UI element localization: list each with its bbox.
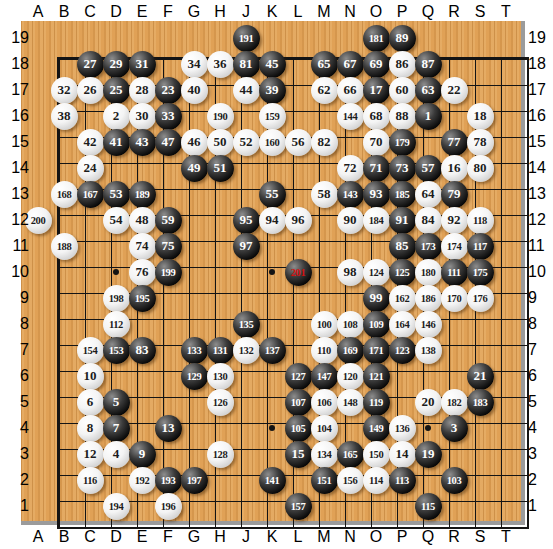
- move-number: 46: [188, 134, 201, 150]
- row-label-right-10: 10: [528, 263, 553, 281]
- move-number: 138: [421, 345, 436, 356]
- black-stone-G2: 197: [181, 467, 208, 494]
- black-stone-P11: 85: [389, 233, 416, 260]
- white-stone-N6: 120: [337, 363, 364, 390]
- row-label-left-16: 16: [3, 107, 29, 125]
- black-stone-R2: 103: [441, 467, 468, 494]
- black-stone-D18: 29: [103, 51, 130, 78]
- col-label-bottom-M: M: [311, 528, 338, 546]
- white-stone-Q9: 186: [415, 285, 442, 312]
- black-stone-L3: 15: [285, 441, 312, 468]
- move-number: 92: [448, 212, 461, 228]
- col-label-bottom-J: J: [233, 528, 260, 546]
- row-label-left-8: 8: [3, 315, 29, 333]
- move-number: 20: [422, 394, 435, 410]
- move-number: 54: [110, 212, 123, 228]
- white-stone-J7: 132: [233, 337, 260, 364]
- col-label-top-H: H: [207, 3, 234, 21]
- move-number: 15: [292, 446, 305, 462]
- black-stone-P14: 73: [389, 155, 416, 182]
- move-number: 174: [447, 241, 462, 252]
- col-label-bottom-B: B: [51, 528, 78, 546]
- row-label-left-9: 9: [3, 289, 29, 307]
- move-number: 157: [291, 501, 306, 512]
- move-number: 33: [162, 108, 175, 124]
- move-number: 165: [343, 449, 358, 460]
- move-number: 159: [265, 111, 280, 122]
- move-number: 190: [213, 111, 228, 122]
- white-stone-M17: 62: [311, 77, 338, 104]
- black-stone-E9: 195: [129, 285, 156, 312]
- row-label-right-7: 7: [528, 341, 553, 359]
- move-number: 115: [421, 501, 435, 512]
- move-number: 137: [265, 345, 280, 356]
- col-label-top-J: J: [233, 3, 260, 21]
- black-stone-C13: 167: [77, 181, 104, 208]
- white-stone-S14: 80: [467, 155, 494, 182]
- move-number: 31: [136, 56, 149, 72]
- move-number: 127: [291, 371, 306, 382]
- white-stone-E17: 28: [129, 77, 156, 104]
- black-stone-K18: 45: [259, 51, 286, 78]
- move-number: 86: [396, 56, 409, 72]
- move-number: 132: [239, 345, 254, 356]
- black-stone-K7: 137: [259, 337, 286, 364]
- move-number: 14: [396, 446, 409, 462]
- black-stone-L4: 105: [285, 415, 312, 442]
- col-label-bottom-A: A: [25, 528, 52, 546]
- white-stone-B17: 32: [51, 77, 78, 104]
- move-number: 120: [343, 371, 358, 382]
- move-number: 81: [240, 56, 253, 72]
- move-number: 67: [344, 56, 357, 72]
- col-label-bottom-Q: Q: [415, 528, 442, 546]
- col-label-bottom-S: S: [467, 528, 494, 546]
- move-number: 156: [343, 475, 358, 486]
- black-stone-Q11: 173: [415, 233, 442, 260]
- move-number: 194: [109, 501, 124, 512]
- move-number: 98: [344, 264, 357, 280]
- move-number: 80: [474, 160, 487, 176]
- black-stone-E18: 31: [129, 51, 156, 78]
- move-number: 96: [292, 212, 305, 228]
- move-number: 148: [343, 397, 358, 408]
- move-number: 128: [213, 449, 228, 460]
- move-number: 76: [136, 264, 149, 280]
- white-stone-O16: 68: [363, 103, 390, 130]
- col-label-bottom-N: N: [337, 528, 364, 546]
- move-number: 21: [474, 368, 487, 384]
- black-stone-O17: 17: [363, 77, 390, 104]
- white-stone-N2: 156: [337, 467, 364, 494]
- row-label-right-8: 8: [528, 315, 553, 333]
- row-label-right-1: 1: [528, 497, 553, 515]
- move-number: 114: [369, 475, 383, 486]
- white-stone-C6: 10: [77, 363, 104, 390]
- row-label-right-6: 6: [528, 367, 553, 385]
- white-stone-M3: 134: [311, 441, 338, 468]
- white-stone-M13: 58: [311, 181, 338, 208]
- black-stone-D13: 53: [103, 181, 130, 208]
- white-stone-N14: 72: [337, 155, 364, 182]
- move-number: 44: [240, 82, 253, 98]
- black-stone-E15: 43: [129, 129, 156, 156]
- black-stone-S5: 183: [467, 389, 494, 416]
- row-label-right-16: 16: [528, 107, 553, 125]
- move-number: 150: [369, 449, 384, 460]
- row-label-left-4: 4: [3, 419, 29, 437]
- col-label-bottom-C: C: [77, 528, 104, 546]
- black-stone-L5: 107: [285, 389, 312, 416]
- black-stone-O6: 121: [363, 363, 390, 390]
- row-label-right-19: 19: [528, 29, 553, 47]
- col-label-bottom-E: E: [129, 528, 156, 546]
- move-number: 30: [136, 108, 149, 124]
- row-label-left-12: 12: [3, 211, 29, 229]
- move-number: 93: [370, 186, 383, 202]
- black-stone-O5: 119: [363, 389, 390, 416]
- move-number: 48: [136, 212, 149, 228]
- white-stone-H15: 50: [207, 129, 234, 156]
- black-stone-F17: 23: [155, 77, 182, 104]
- white-stone-Q12: 84: [415, 207, 442, 234]
- white-stone-K16: 159: [259, 103, 286, 130]
- row-label-left-10: 10: [3, 263, 29, 281]
- white-stone-C3: 12: [77, 441, 104, 468]
- move-number: 146: [421, 319, 436, 330]
- white-stone-P8: 164: [389, 311, 416, 338]
- white-stone-Q7: 138: [415, 337, 442, 364]
- white-stone-C5: 6: [77, 389, 104, 416]
- white-stone-S9: 176: [467, 285, 494, 312]
- move-number: 43: [136, 134, 149, 150]
- white-stone-M4: 104: [311, 415, 338, 442]
- move-number: 107: [291, 397, 306, 408]
- white-stone-Q10: 180: [415, 259, 442, 286]
- move-number: 104: [317, 423, 332, 434]
- move-number: 179: [395, 137, 410, 148]
- white-stone-N10: 98: [337, 259, 364, 286]
- black-stone-Q17: 63: [415, 77, 442, 104]
- col-label-top-E: E: [129, 3, 156, 21]
- white-stone-G15: 46: [181, 129, 208, 156]
- col-label-bottom-K: K: [259, 528, 286, 546]
- white-stone-H16: 190: [207, 103, 234, 130]
- move-number: 75: [162, 238, 175, 254]
- col-label-top-C: C: [77, 3, 104, 21]
- move-number: 191: [239, 33, 254, 44]
- col-label-top-S: S: [467, 3, 494, 21]
- white-stone-C14: 24: [77, 155, 104, 182]
- move-number: 18: [474, 108, 487, 124]
- move-number: 184: [369, 215, 384, 226]
- white-stone-C15: 42: [77, 129, 104, 156]
- row-label-right-12: 12: [528, 211, 553, 229]
- move-number: 55: [266, 186, 279, 202]
- move-number: 131: [213, 345, 228, 356]
- white-stone-R14: 16: [441, 155, 468, 182]
- col-label-bottom-L: L: [285, 528, 312, 546]
- white-stone-O2: 114: [363, 467, 390, 494]
- move-number: 17: [370, 82, 383, 98]
- move-number: 117: [473, 241, 487, 252]
- move-number: 126: [213, 397, 228, 408]
- move-number: 129: [187, 371, 202, 382]
- black-stone-D4: 7: [103, 415, 130, 442]
- move-number: 108: [343, 319, 358, 330]
- white-stone-E16: 30: [129, 103, 156, 130]
- black-stone-L10: 201: [285, 259, 312, 286]
- move-number: 100: [317, 319, 332, 330]
- move-number: 200: [31, 215, 46, 226]
- black-stone-N3: 165: [337, 441, 364, 468]
- white-stone-D9: 198: [103, 285, 130, 312]
- black-stone-E3: 9: [129, 441, 156, 468]
- move-number: 39: [266, 82, 279, 98]
- move-number: 125: [395, 267, 410, 278]
- row-label-right-11: 11: [528, 237, 553, 255]
- move-number: 103: [447, 475, 462, 486]
- white-stone-O12: 184: [363, 207, 390, 234]
- white-stone-D8: 112: [103, 311, 130, 338]
- white-stone-R9: 170: [441, 285, 468, 312]
- col-label-bottom-G: G: [181, 528, 208, 546]
- move-number: 197: [187, 475, 202, 486]
- move-number: 183: [473, 397, 488, 408]
- move-number: 28: [136, 82, 149, 98]
- white-stone-M7: 110: [311, 337, 338, 364]
- move-number: 168: [57, 189, 72, 200]
- white-stone-H6: 130: [207, 363, 234, 390]
- col-label-top-N: N: [337, 3, 364, 21]
- black-stone-G6: 129: [181, 363, 208, 390]
- row-label-left-5: 5: [3, 393, 29, 411]
- move-number: 77: [448, 134, 461, 150]
- move-number: 5: [113, 394, 120, 410]
- move-number: 94: [266, 212, 279, 228]
- col-label-top-T: T: [493, 3, 520, 21]
- white-stone-Q13: 64: [415, 181, 442, 208]
- white-stone-B16: 38: [51, 103, 78, 130]
- white-stone-G18: 34: [181, 51, 208, 78]
- black-stone-E13: 189: [129, 181, 156, 208]
- move-number: 113: [395, 475, 409, 486]
- move-number: 160: [265, 137, 280, 148]
- black-stone-R15: 77: [441, 129, 468, 156]
- move-number: 185: [395, 189, 410, 200]
- black-stone-F4: 13: [155, 415, 182, 442]
- white-stone-P17: 60: [389, 77, 416, 104]
- row-label-left-3: 3: [3, 445, 29, 463]
- move-number: 144: [343, 111, 358, 122]
- move-number: 84: [422, 212, 435, 228]
- black-stone-O18: 69: [363, 51, 390, 78]
- black-stone-E7: 83: [129, 337, 156, 364]
- row-label-left-11: 11: [3, 237, 29, 255]
- white-stone-L15: 56: [285, 129, 312, 156]
- move-number: 56: [292, 134, 305, 150]
- col-label-top-F: F: [155, 3, 182, 21]
- move-number: 22: [448, 82, 461, 98]
- row-label-right-18: 18: [528, 55, 553, 73]
- move-number: 83: [136, 342, 149, 358]
- move-number: 195: [135, 293, 150, 304]
- black-stone-F12: 59: [155, 207, 182, 234]
- move-number: 109: [369, 319, 384, 330]
- move-number: 53: [110, 186, 123, 202]
- white-stone-K15: 160: [259, 129, 286, 156]
- row-label-right-4: 4: [528, 419, 553, 437]
- row-label-left-2: 2: [3, 471, 29, 489]
- white-stone-N17: 66: [337, 77, 364, 104]
- move-number: 143: [343, 189, 358, 200]
- black-stone-P10: 125: [389, 259, 416, 286]
- white-stone-J17: 44: [233, 77, 260, 104]
- black-stone-O9: 99: [363, 285, 390, 312]
- black-stone-D15: 41: [103, 129, 130, 156]
- white-stone-P9: 162: [389, 285, 416, 312]
- col-label-top-R: R: [441, 3, 468, 21]
- move-number: 154: [83, 345, 98, 356]
- col-label-bottom-O: O: [363, 528, 390, 546]
- white-stone-O15: 70: [363, 129, 390, 156]
- white-stone-C17: 26: [77, 77, 104, 104]
- black-stone-R10: 111: [441, 259, 468, 286]
- black-stone-K2: 141: [259, 467, 286, 494]
- move-number: 50: [214, 134, 227, 150]
- move-number: 9: [139, 446, 146, 462]
- black-stone-Q14: 57: [415, 155, 442, 182]
- black-stone-Q1: 115: [415, 493, 442, 520]
- move-number: 23: [162, 82, 175, 98]
- white-stone-E12: 48: [129, 207, 156, 234]
- move-number: 173: [421, 241, 436, 252]
- move-number: 51: [214, 160, 227, 176]
- move-number: 40: [188, 82, 201, 98]
- white-stone-R5: 182: [441, 389, 468, 416]
- move-number: 119: [369, 397, 383, 408]
- row-label-left-1: 1: [3, 497, 29, 515]
- move-number: 124: [369, 267, 384, 278]
- move-number: 66: [344, 82, 357, 98]
- row-label-right-2: 2: [528, 471, 553, 489]
- move-number: 136: [395, 423, 410, 434]
- move-number: 167: [83, 189, 98, 200]
- black-stone-P12: 91: [389, 207, 416, 234]
- black-stone-K17: 39: [259, 77, 286, 104]
- black-stone-G14: 49: [181, 155, 208, 182]
- star-point: [425, 425, 431, 431]
- move-number: 10: [84, 368, 97, 384]
- black-stone-H14: 51: [207, 155, 234, 182]
- move-number: 70: [370, 134, 383, 150]
- move-number: 201: [291, 267, 306, 278]
- move-number: 16: [448, 160, 461, 176]
- white-stone-P16: 88: [389, 103, 416, 130]
- move-number: 69: [370, 56, 383, 72]
- col-label-top-G: G: [181, 3, 208, 21]
- black-stone-M18: 65: [311, 51, 338, 78]
- move-number: 7: [113, 420, 120, 436]
- move-number: 63: [422, 82, 435, 98]
- black-stone-O7: 171: [363, 337, 390, 364]
- move-number: 105: [291, 423, 306, 434]
- move-number: 162: [395, 293, 410, 304]
- row-label-left-15: 15: [3, 133, 29, 151]
- black-stone-S6: 21: [467, 363, 494, 390]
- move-number: 121: [369, 371, 384, 382]
- black-stone-O4: 149: [363, 415, 390, 442]
- move-number: 180: [421, 267, 436, 278]
- move-number: 57: [422, 160, 435, 176]
- col-label-top-A: A: [25, 3, 52, 21]
- black-stone-G7: 133: [181, 337, 208, 364]
- move-number: 26: [84, 82, 97, 98]
- move-number: 78: [474, 134, 487, 150]
- black-stone-D7: 153: [103, 337, 130, 364]
- move-number: 199: [161, 267, 176, 278]
- move-number: 72: [344, 160, 357, 176]
- white-stone-M8: 100: [311, 311, 338, 338]
- move-number: 192: [135, 475, 150, 486]
- black-stone-R13: 79: [441, 181, 468, 208]
- white-stone-R11: 174: [441, 233, 468, 260]
- move-number: 25: [110, 82, 123, 98]
- col-label-top-D: D: [103, 3, 130, 21]
- col-label-top-P: P: [389, 3, 416, 21]
- move-number: 112: [109, 319, 123, 330]
- move-number: 65: [318, 56, 331, 72]
- col-label-bottom-T: T: [493, 528, 520, 546]
- move-number: 59: [162, 212, 175, 228]
- white-stone-E2: 192: [129, 467, 156, 494]
- move-number: 164: [395, 319, 410, 330]
- move-number: 97: [240, 238, 253, 254]
- move-number: 111: [447, 267, 460, 278]
- move-number: 68: [370, 108, 383, 124]
- col-label-bottom-D: D: [103, 528, 130, 546]
- col-label-top-K: K: [259, 3, 286, 21]
- move-number: 42: [84, 134, 97, 150]
- col-label-bottom-H: H: [207, 528, 234, 546]
- move-number: 118: [473, 215, 487, 226]
- white-stone-C7: 154: [77, 337, 104, 364]
- move-number: 196: [161, 501, 176, 512]
- row-label-left-7: 7: [3, 341, 29, 359]
- move-number: 62: [318, 82, 331, 98]
- black-stone-J8: 135: [233, 311, 260, 338]
- row-label-left-14: 14: [3, 159, 29, 177]
- move-number: 133: [187, 345, 202, 356]
- black-stone-F2: 193: [155, 467, 182, 494]
- move-number: 34: [188, 56, 201, 72]
- move-number: 6: [87, 394, 94, 410]
- black-stone-O13: 93: [363, 181, 390, 208]
- move-number: 82: [318, 134, 331, 150]
- black-stone-S11: 117: [467, 233, 494, 260]
- move-number: 130: [213, 371, 228, 382]
- move-number: 60: [396, 82, 409, 98]
- move-number: 151: [317, 475, 332, 486]
- row-label-right-9: 9: [528, 289, 553, 307]
- white-stone-Q5: 20: [415, 389, 442, 416]
- move-number: 186: [421, 293, 436, 304]
- white-stone-F1: 196: [155, 493, 182, 520]
- white-stone-L12: 96: [285, 207, 312, 234]
- move-number: 12: [84, 446, 97, 462]
- star-point: [269, 425, 275, 431]
- black-stone-Q18: 87: [415, 51, 442, 78]
